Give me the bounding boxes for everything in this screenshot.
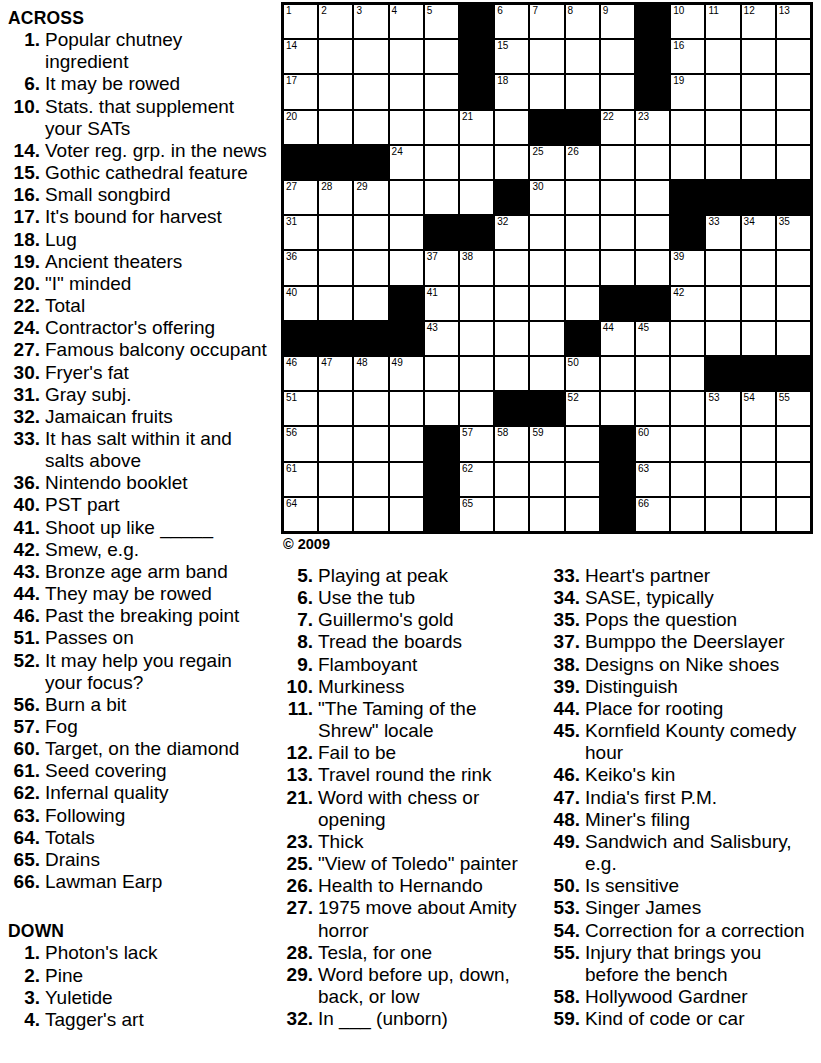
grid-cell[interactable] bbox=[318, 39, 353, 74]
grid-cell[interactable] bbox=[705, 39, 740, 74]
grid-cell[interactable]: 39 bbox=[670, 250, 705, 285]
clue-text: SASE, typically bbox=[585, 587, 714, 609]
clue-number: 57. bbox=[8, 716, 40, 738]
grid-cell[interactable]: 5 bbox=[424, 4, 459, 39]
grid-cell[interactable] bbox=[389, 497, 424, 532]
grid-cell[interactable] bbox=[389, 39, 424, 74]
grid-cell[interactable] bbox=[741, 462, 776, 497]
grid-cell[interactable] bbox=[776, 39, 811, 74]
grid-cell[interactable] bbox=[389, 180, 424, 215]
grid-cell[interactable] bbox=[353, 497, 388, 532]
clue-text: Passes on bbox=[45, 627, 134, 649]
clue-text: Infernal quality bbox=[45, 782, 169, 804]
grid-cell[interactable] bbox=[353, 39, 388, 74]
grid-cell[interactable]: 41 bbox=[424, 286, 459, 321]
grid-cell[interactable] bbox=[424, 391, 459, 426]
clue-item: 46.Past the breaking point bbox=[8, 605, 280, 627]
cell-number: 45 bbox=[638, 323, 649, 333]
grid-cell[interactable] bbox=[494, 145, 529, 180]
grid-cell[interactable]: 25 bbox=[529, 145, 564, 180]
grid-cell[interactable] bbox=[565, 462, 600, 497]
clue-text: Past the breaking point bbox=[45, 605, 239, 627]
cell-number: 22 bbox=[603, 112, 614, 122]
grid-cell[interactable] bbox=[565, 74, 600, 109]
grid-cell[interactable] bbox=[776, 74, 811, 109]
clue-item: 50.Is sensitive bbox=[550, 875, 821, 897]
clue-number: 51. bbox=[8, 627, 40, 649]
clue-item: 3.Yuletide bbox=[8, 987, 280, 1009]
clue-text: Jamaican fruits bbox=[45, 406, 173, 428]
grid-cell[interactable] bbox=[776, 321, 811, 356]
grid-cell[interactable] bbox=[776, 250, 811, 285]
grid-cell[interactable] bbox=[635, 391, 670, 426]
grid-cell[interactable]: 8 bbox=[565, 4, 600, 39]
grid-cell[interactable]: 9 bbox=[600, 4, 635, 39]
clue-item: 26.Health to Hernando bbox=[283, 875, 541, 897]
clue-text: Lawman Earp bbox=[45, 871, 162, 893]
cell-number: 66 bbox=[638, 499, 649, 509]
grid-cell[interactable]: 57 bbox=[459, 426, 494, 461]
grid-cell[interactable]: 22 bbox=[600, 110, 635, 145]
grid-cell[interactable] bbox=[529, 215, 564, 250]
grid-cell[interactable]: 60 bbox=[635, 426, 670, 461]
grid-cell[interactable] bbox=[529, 74, 564, 109]
clue-item: 47.India's first P.M. bbox=[550, 787, 821, 809]
grid-cell[interactable] bbox=[776, 462, 811, 497]
grid-cell[interactable] bbox=[353, 110, 388, 145]
black-cell bbox=[600, 426, 635, 461]
cell-number: 44 bbox=[603, 323, 614, 333]
grid-cell[interactable] bbox=[635, 145, 670, 180]
cell-number: 55 bbox=[779, 393, 790, 403]
grid-cell[interactable] bbox=[529, 356, 564, 391]
clue-item: 4.Tagger's art bbox=[8, 1009, 280, 1031]
grid-cell[interactable]: 33 bbox=[705, 215, 740, 250]
clue-number: 66. bbox=[8, 871, 40, 893]
grid-cell[interactable] bbox=[705, 426, 740, 461]
grid-cell[interactable]: 12 bbox=[741, 4, 776, 39]
grid-cell[interactable] bbox=[670, 462, 705, 497]
clue-text: They may be rowed bbox=[45, 583, 212, 605]
clue-number: 14. bbox=[8, 140, 40, 162]
clue-item: 32.Jamaican fruits bbox=[8, 406, 280, 428]
grid-cell[interactable] bbox=[529, 39, 564, 74]
black-cell bbox=[529, 391, 564, 426]
grid-cell[interactable]: 34 bbox=[741, 215, 776, 250]
grid-cell[interactable] bbox=[670, 391, 705, 426]
grid-cell[interactable]: 11 bbox=[705, 4, 740, 39]
grid-cell[interactable] bbox=[353, 391, 388, 426]
clue-text: Target, on the diamond bbox=[45, 738, 239, 760]
cell-number: 40 bbox=[286, 288, 297, 298]
grid-cell[interactable] bbox=[494, 356, 529, 391]
grid-cell[interactable] bbox=[741, 286, 776, 321]
clue-item: 25."View of Toledo" painter bbox=[283, 853, 541, 875]
grid-cell[interactable] bbox=[741, 497, 776, 532]
cell-number: 65 bbox=[462, 499, 473, 509]
grid-cell[interactable] bbox=[776, 426, 811, 461]
clue-text: Heart's partner bbox=[585, 565, 710, 587]
cell-number: 57 bbox=[462, 428, 473, 438]
grid-cell[interactable]: 42 bbox=[670, 286, 705, 321]
grid-cell[interactable] bbox=[318, 74, 353, 109]
grid-cell[interactable] bbox=[670, 497, 705, 532]
grid-cell[interactable]: 52 bbox=[565, 391, 600, 426]
grid-cell[interactable]: 50 bbox=[565, 356, 600, 391]
grid-cell[interactable] bbox=[494, 321, 529, 356]
grid-cell[interactable]: 35 bbox=[776, 215, 811, 250]
cell-number: 21 bbox=[462, 112, 473, 122]
grid-cell[interactable] bbox=[318, 250, 353, 285]
cell-number: 63 bbox=[638, 464, 649, 474]
clue-text: Fog bbox=[45, 716, 78, 738]
grid-cell[interactable] bbox=[705, 74, 740, 109]
cell-number: 10 bbox=[673, 6, 684, 16]
cell-number: 41 bbox=[427, 288, 438, 298]
grid-cell[interactable]: 18 bbox=[494, 74, 529, 109]
grid-cell[interactable] bbox=[600, 145, 635, 180]
grid-cell[interactable]: 56 bbox=[283, 426, 318, 461]
grid-cell[interactable] bbox=[389, 391, 424, 426]
grid-cell[interactable] bbox=[670, 426, 705, 461]
grid-cell[interactable]: 4 bbox=[389, 4, 424, 39]
grid-cell[interactable] bbox=[318, 497, 353, 532]
clue-item: 52.It may help you regain your focus? bbox=[8, 650, 280, 694]
grid-cell[interactable]: 46 bbox=[283, 356, 318, 391]
grid-cell[interactable] bbox=[705, 145, 740, 180]
grid-cell[interactable] bbox=[318, 462, 353, 497]
grid-cell[interactable] bbox=[459, 286, 494, 321]
grid-cell[interactable] bbox=[318, 426, 353, 461]
grid-cell[interactable] bbox=[389, 110, 424, 145]
clue-number: 65. bbox=[8, 849, 40, 871]
grid-cell[interactable] bbox=[635, 356, 670, 391]
grid-cell[interactable] bbox=[635, 250, 670, 285]
grid-cell[interactable] bbox=[318, 286, 353, 321]
grid-cell[interactable]: 51 bbox=[283, 391, 318, 426]
clue-item: 6.Use the tub bbox=[283, 587, 541, 609]
grid-cell[interactable]: 55 bbox=[776, 391, 811, 426]
grid-cell[interactable] bbox=[565, 426, 600, 461]
grid-cell[interactable]: 21 bbox=[459, 110, 494, 145]
clue-item: 44.Place for rooting bbox=[550, 698, 821, 720]
grid-cell[interactable] bbox=[565, 250, 600, 285]
grid-cell[interactable]: 15 bbox=[494, 39, 529, 74]
grid-cell[interactable]: 62 bbox=[459, 462, 494, 497]
grid-cell[interactable] bbox=[705, 250, 740, 285]
clue-number: 32. bbox=[8, 406, 40, 428]
clue-text: Stats. that supplement your SATs bbox=[45, 96, 234, 140]
grid-cell[interactable] bbox=[353, 74, 388, 109]
clue-number: 19. bbox=[8, 251, 40, 273]
clue-number: 24. bbox=[8, 317, 40, 339]
grid-cell[interactable] bbox=[741, 321, 776, 356]
grid-cell[interactable]: 31 bbox=[283, 215, 318, 250]
cell-number: 46 bbox=[286, 358, 297, 368]
grid-cell[interactable] bbox=[353, 286, 388, 321]
grid-cell[interactable]: 7 bbox=[529, 4, 564, 39]
cell-number: 27 bbox=[286, 182, 297, 192]
grid-cell[interactable]: 10 bbox=[670, 4, 705, 39]
grid-cell[interactable]: 64 bbox=[283, 497, 318, 532]
grid-cell[interactable] bbox=[635, 180, 670, 215]
grid-cell[interactable] bbox=[776, 286, 811, 321]
grid-cell[interactable] bbox=[600, 391, 635, 426]
grid-cell[interactable]: 32 bbox=[494, 215, 529, 250]
grid-cell[interactable] bbox=[494, 250, 529, 285]
clue-number: 39. bbox=[550, 676, 580, 698]
clue-item: 55.Injury that brings you before the ben… bbox=[550, 942, 821, 986]
grid-cell[interactable] bbox=[705, 321, 740, 356]
cell-number: 35 bbox=[779, 217, 790, 227]
grid-cell[interactable] bbox=[741, 110, 776, 145]
clue-text: Distinguish bbox=[585, 676, 678, 698]
grid-cell[interactable] bbox=[424, 356, 459, 391]
clue-number: 37. bbox=[550, 631, 580, 653]
cell-number: 49 bbox=[392, 358, 403, 368]
clue-item: 6.It may be rowed bbox=[8, 73, 280, 95]
grid-cell[interactable] bbox=[600, 356, 635, 391]
grid-cell[interactable]: 61 bbox=[283, 462, 318, 497]
cell-number: 52 bbox=[568, 393, 579, 403]
cell-number: 26 bbox=[568, 147, 579, 157]
cell-number: 25 bbox=[532, 147, 543, 157]
grid-cell[interactable] bbox=[741, 74, 776, 109]
clue-item: 56.Burn a bit bbox=[8, 694, 280, 716]
grid-cell[interactable] bbox=[353, 462, 388, 497]
grid-cell[interactable] bbox=[741, 39, 776, 74]
grid-cell[interactable]: 40 bbox=[283, 286, 318, 321]
clue-number: 9. bbox=[283, 654, 313, 676]
clue-text: Yuletide bbox=[45, 987, 113, 1009]
clue-number: 33. bbox=[550, 565, 580, 587]
grid-cell[interactable]: 66 bbox=[635, 497, 670, 532]
grid-cell[interactable] bbox=[389, 426, 424, 461]
grid-cell[interactable] bbox=[318, 110, 353, 145]
clue-text: Bumppo the Deerslayer bbox=[585, 631, 785, 653]
grid-cell[interactable]: 36 bbox=[283, 250, 318, 285]
grid-cell[interactable]: 24 bbox=[389, 145, 424, 180]
grid-cell[interactable]: 59 bbox=[529, 426, 564, 461]
cell-number: 18 bbox=[497, 76, 508, 86]
grid-cell[interactable]: 63 bbox=[635, 462, 670, 497]
grid-cell[interactable]: 6 bbox=[494, 4, 529, 39]
grid-cell[interactable]: 43 bbox=[424, 321, 459, 356]
cell-number: 62 bbox=[462, 464, 473, 474]
clue-item: 7.Guillermo's gold bbox=[283, 609, 541, 631]
cell-number: 13 bbox=[779, 6, 790, 16]
clue-text: Gray subj. bbox=[45, 384, 132, 406]
grid-cell[interactable]: 48 bbox=[353, 356, 388, 391]
grid-cell[interactable] bbox=[459, 356, 494, 391]
grid-cell[interactable] bbox=[494, 286, 529, 321]
grid-cell[interactable] bbox=[670, 110, 705, 145]
grid-cell[interactable]: 53 bbox=[705, 391, 740, 426]
grid-cell[interactable] bbox=[529, 286, 564, 321]
clue-text: 1975 move about Amity horror bbox=[318, 897, 517, 941]
clue-text: PST part bbox=[45, 494, 120, 516]
grid-cell[interactable]: 27 bbox=[283, 180, 318, 215]
clue-text: It may be rowed bbox=[45, 73, 180, 95]
clue-item: 58.Hollywood Gardner bbox=[550, 986, 821, 1008]
grid-cell[interactable]: 20 bbox=[283, 110, 318, 145]
clue-item: 43.Bronze age arm band bbox=[8, 561, 280, 583]
cell-number: 60 bbox=[638, 428, 649, 438]
clue-text: It's bound for harvest bbox=[45, 206, 222, 228]
grid-cell[interactable] bbox=[318, 391, 353, 426]
grid-cell[interactable]: 44 bbox=[600, 321, 635, 356]
grid-cell[interactable]: 28 bbox=[318, 180, 353, 215]
clue-item: 9.Flamboyant bbox=[283, 654, 541, 676]
grid-cell[interactable] bbox=[670, 356, 705, 391]
grid-cell[interactable] bbox=[353, 215, 388, 250]
grid-cell[interactable]: 45 bbox=[635, 321, 670, 356]
grid-cell[interactable]: 3 bbox=[353, 4, 388, 39]
clue-item: 59.Kind of code or car bbox=[550, 1008, 821, 1030]
clue-item: 62.Infernal quality bbox=[8, 782, 280, 804]
grid-cell[interactable] bbox=[600, 250, 635, 285]
clue-item: 27.1975 move about Amity horror bbox=[283, 897, 541, 941]
clue-number: 42. bbox=[8, 539, 40, 561]
black-cell bbox=[283, 145, 318, 180]
down-clue-list-right: 33.Heart's partner34.SASE, typically35.P… bbox=[550, 565, 821, 1030]
clue-text: Is sensitive bbox=[585, 875, 679, 897]
clue-text: Place for rooting bbox=[585, 698, 723, 720]
grid-cell[interactable] bbox=[424, 74, 459, 109]
grid-cell[interactable] bbox=[600, 39, 635, 74]
clue-item: 49.Sandwich and Salisbury, e.g. bbox=[550, 831, 821, 875]
grid-cell[interactable] bbox=[529, 250, 564, 285]
grid-cell[interactable] bbox=[389, 250, 424, 285]
clue-item: 57.Fog bbox=[8, 716, 280, 738]
grid-cell[interactable] bbox=[353, 426, 388, 461]
clue-number: 7. bbox=[283, 609, 313, 631]
grid-cell[interactable] bbox=[776, 497, 811, 532]
grid-cell[interactable] bbox=[670, 145, 705, 180]
clue-number: 16. bbox=[8, 184, 40, 206]
grid-cell[interactable] bbox=[741, 426, 776, 461]
grid-cell[interactable] bbox=[424, 39, 459, 74]
grid-cell[interactable] bbox=[565, 180, 600, 215]
grid-cell[interactable]: 19 bbox=[670, 74, 705, 109]
grid-cell[interactable] bbox=[705, 497, 740, 532]
grid-cell[interactable] bbox=[705, 110, 740, 145]
grid-cell[interactable]: 14 bbox=[283, 39, 318, 74]
grid-cell[interactable]: 23 bbox=[635, 110, 670, 145]
grid-cell[interactable]: 26 bbox=[565, 145, 600, 180]
grid-cell[interactable] bbox=[494, 110, 529, 145]
grid-cell[interactable] bbox=[424, 180, 459, 215]
grid-cell[interactable]: 38 bbox=[459, 250, 494, 285]
clue-item: 19.Ancient theaters bbox=[8, 251, 280, 273]
grid-cell[interactable]: 1 bbox=[283, 4, 318, 39]
grid-cell[interactable] bbox=[424, 145, 459, 180]
clue-number: 47. bbox=[550, 787, 580, 809]
grid-cell[interactable] bbox=[776, 110, 811, 145]
grid-cell[interactable] bbox=[459, 391, 494, 426]
clue-number: 26. bbox=[283, 875, 313, 897]
clue-item: 18.Lug bbox=[8, 229, 280, 251]
clue-item: 41.Shoot up like _____ bbox=[8, 517, 280, 539]
clue-item: 27.Famous balcony occupant bbox=[8, 339, 280, 361]
cell-number: 2 bbox=[321, 6, 327, 16]
grid-cell[interactable] bbox=[565, 286, 600, 321]
clue-item: 39.Distinguish bbox=[550, 676, 821, 698]
grid-cell[interactable] bbox=[565, 215, 600, 250]
grid-cell[interactable]: 58 bbox=[494, 426, 529, 461]
black-cell bbox=[283, 321, 318, 356]
clue-number: 1. bbox=[8, 942, 40, 964]
clue-item: 31.Gray subj. bbox=[8, 384, 280, 406]
grid-cell[interactable]: 47 bbox=[318, 356, 353, 391]
grid-cell[interactable] bbox=[389, 215, 424, 250]
grid-cell[interactable] bbox=[529, 462, 564, 497]
grid-cell[interactable] bbox=[776, 145, 811, 180]
grid-cell[interactable]: 37 bbox=[424, 250, 459, 285]
clue-number: 34. bbox=[550, 587, 580, 609]
cell-number: 56 bbox=[286, 428, 297, 438]
grid-cell[interactable]: 16 bbox=[670, 39, 705, 74]
grid-cell[interactable] bbox=[318, 215, 353, 250]
grid-cell[interactable]: 29 bbox=[353, 180, 388, 215]
grid-cell[interactable] bbox=[389, 462, 424, 497]
grid-cell[interactable]: 17 bbox=[283, 74, 318, 109]
grid-cell[interactable] bbox=[529, 497, 564, 532]
grid-cell[interactable] bbox=[705, 286, 740, 321]
clue-text: Famous balcony occupant bbox=[45, 339, 267, 361]
grid-cell[interactable] bbox=[600, 74, 635, 109]
grid-cell[interactable] bbox=[565, 39, 600, 74]
clue-item: 34.SASE, typically bbox=[550, 587, 821, 609]
clue-number: 29. bbox=[283, 964, 313, 986]
clue-text: Injury that brings you before the bench bbox=[585, 942, 761, 986]
clue-number: 63. bbox=[8, 805, 40, 827]
clue-item: 54.Correction for a correction bbox=[550, 920, 821, 942]
grid-cell[interactable] bbox=[705, 462, 740, 497]
grid-cell[interactable] bbox=[741, 250, 776, 285]
grid-cell[interactable] bbox=[565, 497, 600, 532]
grid-cell[interactable]: 49 bbox=[389, 356, 424, 391]
grid-cell[interactable]: 65 bbox=[459, 497, 494, 532]
grid-cell[interactable]: 54 bbox=[741, 391, 776, 426]
cell-number: 5 bbox=[427, 6, 433, 16]
grid-cell[interactable] bbox=[459, 145, 494, 180]
grid-cell[interactable]: 30 bbox=[529, 180, 564, 215]
grid-cell[interactable] bbox=[600, 180, 635, 215]
clue-number: 33. bbox=[8, 428, 40, 450]
grid-cell[interactable] bbox=[459, 321, 494, 356]
grid-cell[interactable] bbox=[353, 250, 388, 285]
clue-item: 65.Drains bbox=[8, 849, 280, 871]
grid-cell[interactable] bbox=[529, 321, 564, 356]
grid-cell[interactable] bbox=[494, 497, 529, 532]
cell-number: 51 bbox=[286, 393, 297, 403]
clue-text: Thick bbox=[318, 831, 363, 853]
grid-cell[interactable] bbox=[741, 145, 776, 180]
grid-cell[interactable] bbox=[424, 110, 459, 145]
clue-item: 63.Following bbox=[8, 805, 280, 827]
clue-number: 54. bbox=[550, 920, 580, 942]
grid-cell[interactable]: 2 bbox=[318, 4, 353, 39]
grid-cell[interactable]: 13 bbox=[776, 4, 811, 39]
clue-number: 8. bbox=[283, 631, 313, 653]
grid-cell[interactable] bbox=[494, 462, 529, 497]
grid-cell[interactable] bbox=[635, 215, 670, 250]
grid-cell[interactable] bbox=[670, 321, 705, 356]
grid-cell[interactable] bbox=[459, 180, 494, 215]
grid-cell[interactable] bbox=[389, 74, 424, 109]
grid-cell[interactable] bbox=[600, 215, 635, 250]
